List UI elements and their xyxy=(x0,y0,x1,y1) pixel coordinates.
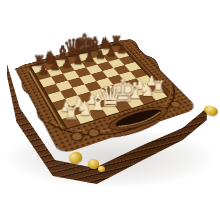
piece-black-pawn[interactable]: ♟ xyxy=(28,62,58,75)
brass-foot-small xyxy=(98,166,105,172)
product-photo: ♜♞♝♛♚♝♞♜♟♟♟♟♟♟♟♟♟♟♟♟♟♟♟♟♜♞♝♛♚♝♞♜ xyxy=(0,0,220,200)
piece-white-rook[interactable]: ♜ xyxy=(54,105,88,122)
board-scene: ♜♞♝♛♚♝♞♜♟♟♟♟♟♟♟♟♟♟♟♟♟♟♟♟♜♞♝♛♚♝♞♜ xyxy=(0,0,220,200)
chess-case: ♜♞♝♛♚♝♞♜♟♟♟♟♟♟♟♟♟♟♟♟♟♟♟♟♜♞♝♛♚♝♞♜ xyxy=(7,34,207,161)
